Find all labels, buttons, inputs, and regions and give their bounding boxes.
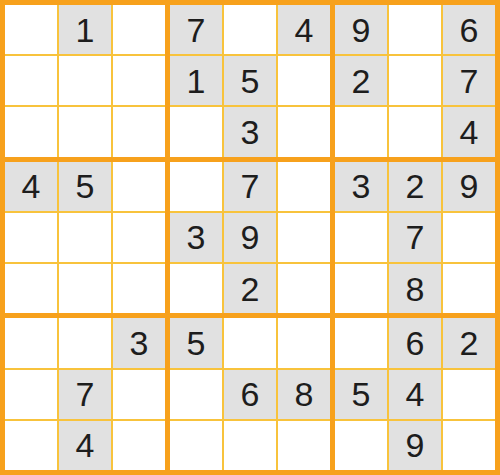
cell-r3c7[interactable]	[335, 107, 387, 156]
cell-r1c3[interactable]	[113, 5, 165, 54]
cell-r9c3[interactable]	[113, 421, 165, 470]
sudoku-board: 174153962744573923297837456862549	[0, 0, 500, 475]
cell-r4c2[interactable]: 5	[59, 162, 111, 211]
cell-r5c2[interactable]	[59, 213, 111, 262]
cell-r8c6[interactable]: 8	[278, 370, 330, 419]
cell-r9c4[interactable]	[170, 421, 222, 470]
cell-r7c4[interactable]: 5	[170, 318, 222, 367]
cell-r4c9[interactable]: 9	[443, 162, 495, 211]
cell-r7c2[interactable]	[59, 318, 111, 367]
cell-r6c6[interactable]	[278, 264, 330, 313]
cell-r6c5[interactable]: 2	[224, 264, 276, 313]
cell-r7c6[interactable]	[278, 318, 330, 367]
cell-r5c5[interactable]: 9	[224, 213, 276, 262]
cell-r6c2[interactable]	[59, 264, 111, 313]
sudoku-box-3: 96274	[335, 5, 495, 157]
sudoku-box-2: 74153	[170, 5, 330, 157]
cell-r5c8[interactable]: 7	[389, 213, 441, 262]
cell-r1c2[interactable]: 1	[59, 5, 111, 54]
cell-r2c7[interactable]: 2	[335, 56, 387, 105]
cell-r7c7[interactable]	[335, 318, 387, 367]
cell-r5c3[interactable]	[113, 213, 165, 262]
cell-r3c9[interactable]: 4	[443, 107, 495, 156]
cell-r3c1[interactable]	[5, 107, 57, 156]
cell-r8c9[interactable]	[443, 370, 495, 419]
cell-r1c1[interactable]	[5, 5, 57, 54]
cell-r8c8[interactable]: 4	[389, 370, 441, 419]
cell-r1c4[interactable]: 7	[170, 5, 222, 54]
cell-r2c8[interactable]	[389, 56, 441, 105]
cell-r9c6[interactable]	[278, 421, 330, 470]
sudoku-box-9: 62549	[335, 318, 495, 470]
cell-r2c6[interactable]	[278, 56, 330, 105]
cell-r6c7[interactable]	[335, 264, 387, 313]
cell-r4c4[interactable]	[170, 162, 222, 211]
sudoku-box-5: 7392	[170, 162, 330, 314]
cell-r2c2[interactable]	[59, 56, 111, 105]
cell-r4c8[interactable]: 2	[389, 162, 441, 211]
cell-r3c3[interactable]	[113, 107, 165, 156]
cell-r9c9[interactable]	[443, 421, 495, 470]
cell-r7c1[interactable]	[5, 318, 57, 367]
cell-r8c3[interactable]	[113, 370, 165, 419]
cell-r7c9[interactable]: 2	[443, 318, 495, 367]
cell-r2c5[interactable]: 5	[224, 56, 276, 105]
cell-r4c3[interactable]	[113, 162, 165, 211]
cell-r1c6[interactable]: 4	[278, 5, 330, 54]
cell-r5c7[interactable]	[335, 213, 387, 262]
cell-r2c4[interactable]: 1	[170, 56, 222, 105]
cell-r3c5[interactable]: 3	[224, 107, 276, 156]
sudoku-box-4: 45	[5, 162, 165, 314]
cell-r9c8[interactable]: 9	[389, 421, 441, 470]
cell-r8c1[interactable]	[5, 370, 57, 419]
cell-r3c4[interactable]	[170, 107, 222, 156]
cell-r7c8[interactable]: 6	[389, 318, 441, 367]
cell-r6c1[interactable]	[5, 264, 57, 313]
cell-r5c9[interactable]	[443, 213, 495, 262]
sudoku-box-1: 1	[5, 5, 165, 157]
cell-r4c7[interactable]: 3	[335, 162, 387, 211]
sudoku-box-7: 374	[5, 318, 165, 470]
cell-r1c7[interactable]: 9	[335, 5, 387, 54]
sudoku-box-6: 32978	[335, 162, 495, 314]
cell-r8c2[interactable]: 7	[59, 370, 111, 419]
cell-r5c4[interactable]: 3	[170, 213, 222, 262]
cell-r9c2[interactable]: 4	[59, 421, 111, 470]
cell-r2c1[interactable]	[5, 56, 57, 105]
cell-r1c9[interactable]: 6	[443, 5, 495, 54]
cell-r2c3[interactable]	[113, 56, 165, 105]
cell-r6c8[interactable]: 8	[389, 264, 441, 313]
cell-r8c5[interactable]: 6	[224, 370, 276, 419]
cell-r4c1[interactable]: 4	[5, 162, 57, 211]
cell-r9c7[interactable]	[335, 421, 387, 470]
cell-r6c9[interactable]	[443, 264, 495, 313]
cell-r5c1[interactable]	[5, 213, 57, 262]
cell-r8c7[interactable]: 5	[335, 370, 387, 419]
cell-r7c3[interactable]: 3	[113, 318, 165, 367]
cell-r1c5[interactable]	[224, 5, 276, 54]
cell-r1c8[interactable]	[389, 5, 441, 54]
cell-r3c6[interactable]	[278, 107, 330, 156]
cell-r6c3[interactable]	[113, 264, 165, 313]
cell-r3c8[interactable]	[389, 107, 441, 156]
cell-r9c1[interactable]	[5, 421, 57, 470]
cell-r9c5[interactable]	[224, 421, 276, 470]
cell-r4c6[interactable]	[278, 162, 330, 211]
cell-r8c4[interactable]	[170, 370, 222, 419]
cell-r6c4[interactable]	[170, 264, 222, 313]
cell-r2c9[interactable]: 7	[443, 56, 495, 105]
cell-r7c5[interactable]	[224, 318, 276, 367]
cell-r4c5[interactable]: 7	[224, 162, 276, 211]
cell-r5c6[interactable]	[278, 213, 330, 262]
cell-r3c2[interactable]	[59, 107, 111, 156]
sudoku-box-8: 568	[170, 318, 330, 470]
